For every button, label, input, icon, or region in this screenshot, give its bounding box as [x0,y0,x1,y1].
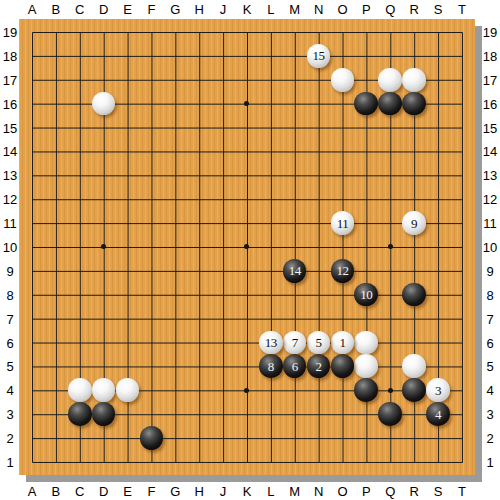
coord-label-top: R [410,2,419,17]
black-stone[interactable]: 8 [259,354,283,378]
coord-label-bottom: H [195,484,204,499]
coord-label-bottom: B [52,484,61,499]
black-stone[interactable] [68,402,92,426]
coord-label-left: 3 [6,407,13,422]
coord-label-left: 1 [6,454,13,469]
coord-label-right: 15 [483,120,497,135]
move-number-label: 11 [337,217,349,230]
coord-label-right: 4 [486,383,493,398]
star-point [388,388,393,393]
white-stone[interactable]: 9 [402,211,426,235]
black-stone[interactable] [92,402,116,426]
white-stone[interactable]: 3 [426,378,450,402]
coord-label-bottom: Q [385,484,395,499]
move-number-label: 1 [339,336,345,349]
black-stone[interactable] [354,378,378,402]
white-stone[interactable]: 1 [331,331,355,355]
coord-label-left: 8 [6,287,13,302]
coord-label-right: 11 [483,216,497,231]
star-point [244,101,249,106]
stones-layer: 123456789101112131415 [20,20,474,474]
coord-label-top: K [243,2,252,17]
goban[interactable]: 123456789101112131415 [19,19,475,475]
go-board-diagram: 123456789101112131415 AABBCCDDEEFFGGHHJJ… [0,0,500,500]
coord-label-left: 10 [3,239,17,254]
move-number-label: 7 [292,336,298,349]
coord-label-top: A [28,2,37,17]
white-stone[interactable]: 5 [307,331,331,355]
star-point [244,244,249,249]
white-stone[interactable]: 13 [259,331,283,355]
coord-label-right: 18 [483,48,497,63]
coord-label-left: 5 [6,359,13,374]
coord-label-right: 8 [486,287,493,302]
coord-label-left: 7 [6,311,13,326]
move-number-label: 9 [411,217,417,230]
coord-label-right: 2 [486,431,493,446]
white-stone[interactable] [68,378,92,402]
move-number-label: 14 [289,264,301,277]
coord-label-left: 4 [6,383,13,398]
black-stone[interactable] [378,92,402,116]
coord-label-right: 12 [483,192,497,207]
black-stone[interactable] [354,92,378,116]
coord-label-bottom: F [147,484,155,499]
black-stone[interactable] [378,402,402,426]
coord-label-right: 16 [483,96,497,111]
coord-label-right: 7 [486,311,493,326]
coord-label-right: 14 [483,144,497,159]
coord-label-bottom: G [170,484,180,499]
move-number-label: 2 [316,360,322,373]
coord-label-right: 9 [486,263,493,278]
move-number-label: 4 [435,408,441,421]
black-stone[interactable] [140,426,164,450]
black-stone[interactable] [402,283,426,307]
black-stone[interactable]: 2 [307,354,331,378]
coord-label-left: 13 [3,168,17,183]
coord-label-bottom: C [75,484,84,499]
coord-label-top: C [75,2,84,17]
coord-label-left: 2 [6,431,13,446]
coord-label-right: 1 [486,454,493,469]
coord-label-top: E [123,2,132,17]
black-stone[interactable]: 4 [426,402,450,426]
move-number-label: 8 [268,360,274,373]
white-stone[interactable]: 11 [331,211,355,235]
coord-label-top: B [52,2,61,17]
coord-label-bottom: O [337,484,347,499]
black-stone[interactable]: 10 [354,283,378,307]
black-stone[interactable] [402,92,426,116]
move-number-label: 10 [360,288,372,301]
coord-label-bottom: S [434,484,443,499]
coord-label-left: 11 [3,216,17,231]
coord-label-bottom: J [220,484,227,499]
star-point [101,244,106,249]
white-stone[interactable] [92,378,116,402]
coord-label-left: 14 [3,144,17,159]
coord-label-top: G [170,2,180,17]
star-point [388,244,393,249]
coord-label-bottom: L [267,484,274,499]
coord-label-top: S [434,2,443,17]
coord-label-right: 13 [483,168,497,183]
coord-label-left: 15 [3,120,17,135]
coord-label-top: T [458,2,466,17]
coord-label-bottom: D [99,484,108,499]
coord-label-bottom: N [314,484,323,499]
white-stone[interactable] [402,354,426,378]
coord-label-top: J [220,2,227,17]
black-stone[interactable] [331,354,355,378]
coord-label-bottom: E [123,484,132,499]
move-number-label: 12 [336,264,348,277]
white-stone[interactable] [331,68,355,92]
coord-label-top: D [99,2,108,17]
coord-label-top: Q [385,2,395,17]
move-number-label: 13 [265,336,277,349]
coord-label-right: 19 [483,25,497,40]
coord-label-right: 3 [486,407,493,422]
coord-label-top: M [289,2,300,17]
coord-label-left: 18 [3,48,17,63]
coord-label-right: 10 [483,239,497,254]
white-stone[interactable] [402,68,426,92]
coord-label-top: H [195,2,204,17]
coord-label-left: 12 [3,192,17,207]
black-stone[interactable]: 6 [283,354,307,378]
coord-label-top: P [362,2,371,17]
white-stone[interactable] [116,378,140,402]
coord-label-bottom: P [362,484,371,499]
move-number-label: 5 [316,336,322,349]
coord-label-top: L [267,2,274,17]
move-number-label: 3 [435,384,441,397]
white-stone[interactable]: 7 [283,331,307,355]
coord-label-right: 17 [483,72,497,87]
black-stone[interactable]: 14 [283,259,307,283]
coord-label-bottom: A [28,484,37,499]
star-point [244,388,249,393]
coord-label-right: 5 [486,359,493,374]
coord-label-bottom: R [410,484,419,499]
white-stone[interactable] [354,331,378,355]
coord-label-top: N [314,2,323,17]
coord-label-left: 6 [6,335,13,350]
white-stone[interactable] [92,92,116,116]
white-stone[interactable] [378,68,402,92]
coord-label-top: F [147,2,155,17]
black-stone[interactable]: 12 [331,259,355,283]
coord-label-bottom: K [243,484,252,499]
coord-label-bottom: T [458,484,466,499]
black-stone[interactable] [402,378,426,402]
move-number-label: 6 [292,360,298,373]
coord-label-top: O [337,2,347,17]
coord-label-right: 6 [486,335,493,350]
coord-label-left: 19 [3,25,17,40]
move-number-label: 15 [313,49,325,62]
coord-label-left: 16 [3,96,17,111]
coord-label-bottom: M [289,484,300,499]
coord-label-left: 17 [3,72,17,87]
coord-label-left: 9 [6,263,13,278]
white-stone[interactable] [354,354,378,378]
white-stone[interactable]: 15 [307,44,331,68]
